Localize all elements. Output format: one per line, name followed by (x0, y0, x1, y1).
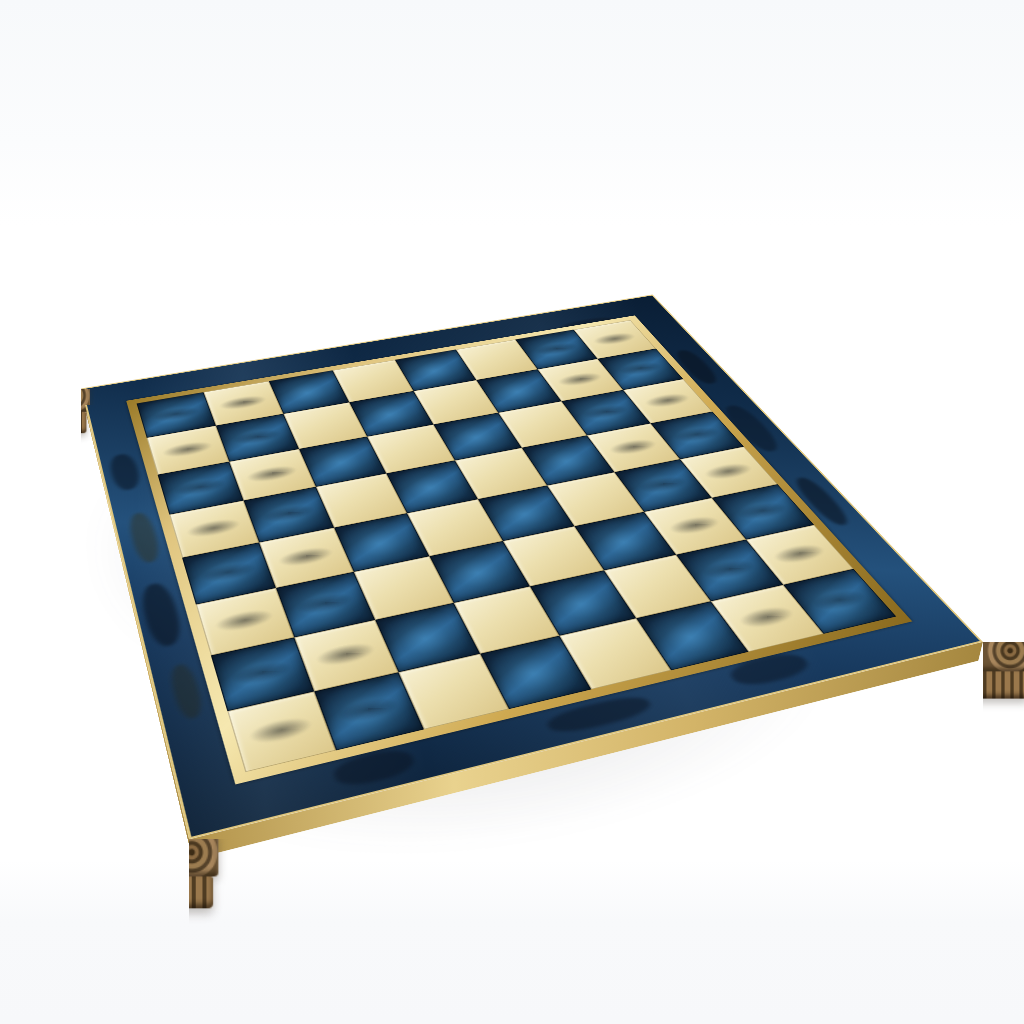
scroll-volute-icon (144, 826, 218, 876)
foot-fluting (44, 412, 87, 433)
scroll-volute-icon (969, 628, 1024, 671)
foot-fluting (974, 671, 1024, 698)
pawn-glyph: ♟ (715, 570, 818, 619)
foot-fluting (149, 876, 213, 908)
pawn-glyph: ♟ (680, 524, 778, 571)
perspective-wrapper: ♜♟♟♜♞♟♟♞♝♟♟♝♛♟♟♛♚♟♟♚♝♟♟♝♞♟♟♞♜♟♟♜ (0, 0, 1024, 1024)
rook-glyph: ♜ (224, 666, 337, 732)
chess-board: ♜♟♟♜♞♟♟♞♝♟♟♝♛♟♟♛♚♟♟♚♝♟♟♝♞♟♟♞♜♟♟♜ (81, 295, 983, 840)
product-photo-scene: ♜♟♟♜♞♟♟♞♝♟♟♝♛♟♟♛♚♟♟♚♝♟♟♝♞♟♟♞♜♟♟♜ (0, 0, 1024, 1024)
